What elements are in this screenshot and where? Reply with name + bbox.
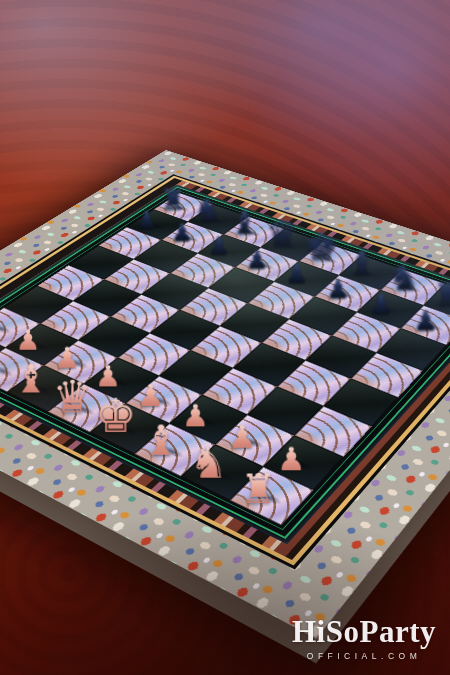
piece-white-pawn[interactable]: ♟ <box>54 343 80 372</box>
piece-black-knight[interactable]: ♞ <box>389 261 420 296</box>
piece-black-pawn[interactable]: ♟ <box>171 220 193 244</box>
square-e5[interactable] <box>220 303 289 343</box>
watermark-subtitle: OFFICIAL.COM <box>292 651 436 661</box>
piece-white-king[interactable]: ♚ <box>95 393 137 440</box>
glass-border-band: ♜♞♝♛♚♝♞♜♟♟♟♟♟♟♟♟♟♟♟♟♟♟♟♟♜♞♝♛♚♝♞♜ <box>0 184 450 544</box>
piece-white-knight[interactable]: ♞ <box>189 442 228 485</box>
piece-white-pawn[interactable]: ♟ <box>228 421 256 452</box>
piece-white-pawn[interactable]: ♟ <box>277 443 306 475</box>
piece-white-pawn[interactable]: ♟ <box>137 381 164 411</box>
piece-black-rook[interactable]: ♜ <box>160 185 185 213</box>
watermark-title: HiSoParty <box>292 614 436 650</box>
piece-black-pawn[interactable]: ♟ <box>208 233 230 258</box>
watermark: HiSoParty OFFICIAL.COM <box>292 614 436 661</box>
piece-white-pawn[interactable]: ♟ <box>95 362 121 391</box>
piece-black-bishop[interactable]: ♝ <box>230 207 259 239</box>
square-h5[interactable] <box>351 353 423 398</box>
cream-accent-strip: ♜♞♝♛♚♝♞♜♟♟♟♟♟♟♟♟♟♟♟♟♟♟♟♟♜♞♝♛♚♝♞♜ <box>0 176 450 566</box>
square-e4[interactable] <box>190 326 261 368</box>
stone-inlay-border: ♜♞♝♛♚♝♞♜♟♟♟♟♟♟♟♟♟♟♟♟♟♟♟♟♜♞♝♛♚♝♞♜ <box>0 178 450 560</box>
chess-board: ♜♞♝♛♚♝♞♜♟♟♟♟♟♟♟♟♟♟♟♟♟♟♟♟♜♞♝♛♚♝♞♜ <box>0 193 450 526</box>
piece-black-pawn[interactable]: ♟ <box>326 276 349 302</box>
piece-black-knight[interactable]: ♞ <box>194 195 222 227</box>
piece-white-rook[interactable]: ♜ <box>241 469 277 510</box>
piece-black-pawn[interactable]: ♟ <box>136 208 157 232</box>
piece-white-pawn[interactable]: ♟ <box>182 400 209 431</box>
piece-white-pawn[interactable]: ♟ <box>15 326 40 354</box>
piece-black-pawn[interactable]: ♟ <box>246 247 269 272</box>
piece-white-bishop[interactable]: ♝ <box>142 420 180 462</box>
outer-black-edge: ♜♞♝♛♚♝♞♜♟♟♟♟♟♟♟♟♟♟♟♟♟♟♟♟♜♞♝♛♚♝♞♜ <box>0 174 450 569</box>
piece-black-pawn[interactable]: ♟ <box>413 307 437 334</box>
piece-black-bishop[interactable]: ♝ <box>347 247 377 281</box>
piece-white-pawn[interactable]: ♟ <box>0 309 3 336</box>
piece-black-pawn[interactable]: ♟ <box>369 291 393 318</box>
piece-black-pawn[interactable]: ♟ <box>285 261 308 287</box>
piece-white-bishop[interactable]: ♝ <box>13 360 48 399</box>
piece-white-knight[interactable]: ♞ <box>0 341 9 379</box>
piece-black-queen[interactable]: ♛ <box>266 216 299 252</box>
piece-white-queen[interactable]: ♛ <box>52 374 92 419</box>
piece-black-king[interactable]: ♚ <box>304 228 338 266</box>
square-h1[interactable]: ♜ <box>230 467 314 526</box>
